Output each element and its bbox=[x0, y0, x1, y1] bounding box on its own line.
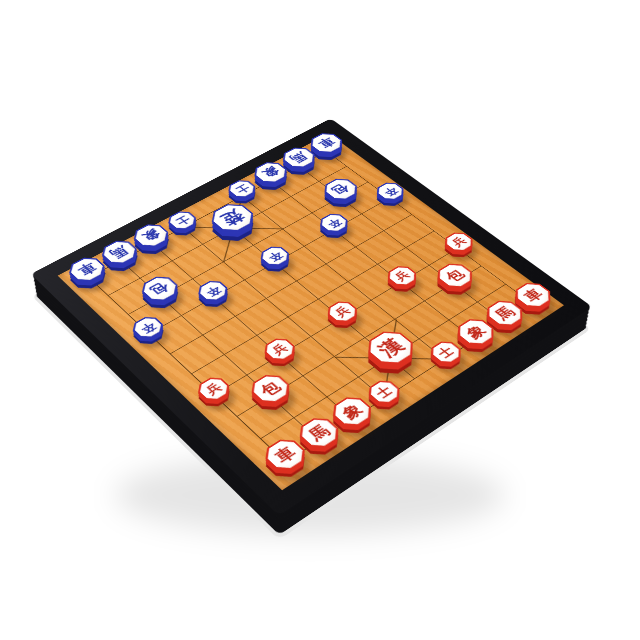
piece-red-cannon-b3[interactable]: 包 bbox=[246, 378, 296, 415]
piece-character: 兵 bbox=[203, 381, 224, 396]
piece-blue-soldier-a7[interactable]: 卒 bbox=[129, 320, 168, 348]
piece-character: 兵 bbox=[333, 305, 353, 319]
piece-blue-soldier-g7[interactable]: 卒 bbox=[315, 217, 352, 241]
piece-blue-general-e9[interactable]: 楚 bbox=[206, 210, 261, 247]
piece-red-general-e2[interactable]: 漢 bbox=[360, 336, 420, 380]
piece-red-soldier-g4[interactable]: 兵 bbox=[383, 270, 421, 296]
piece-character: 馬 bbox=[492, 305, 517, 322]
piece-character: 包 bbox=[329, 182, 352, 197]
piece-red-soldier-a4[interactable]: 兵 bbox=[194, 380, 235, 411]
piece-character: 馬 bbox=[306, 423, 333, 443]
piece-red-advisor-f1[interactable]: 士 bbox=[425, 344, 465, 373]
piece-character: 士 bbox=[173, 214, 191, 226]
piece-character: 兵 bbox=[450, 235, 469, 248]
piece-character: 士 bbox=[436, 345, 456, 360]
piece-character: 卒 bbox=[203, 284, 222, 297]
piece-blue-soldier-e7[interactable]: 卒 bbox=[256, 250, 294, 276]
game-case: 車馬象士士象馬車楚包包卒卒卒卒卒兵兵兵兵兵包包漢車馬象士士象馬車 bbox=[31, 118, 592, 515]
piece-character: 楚 bbox=[218, 208, 248, 228]
piece-character: 卒 bbox=[265, 250, 284, 263]
piece-character: 卒 bbox=[381, 185, 399, 197]
piece-character: 卒 bbox=[138, 320, 158, 334]
piece-character: 包 bbox=[443, 267, 467, 283]
scene-background: 車馬象士士象馬車楚包包卒卒卒卒卒兵兵兵兵兵包包漢車馬象士士象馬車 bbox=[0, 0, 640, 640]
piece-character: 車 bbox=[272, 444, 299, 465]
piece-character: 士 bbox=[374, 384, 395, 399]
piece-character: 包 bbox=[148, 280, 172, 297]
piece-blue-advisor-f10[interactable]: 士 bbox=[224, 184, 260, 207]
piece-character: 象 bbox=[463, 323, 488, 341]
piece-character: 卒 bbox=[325, 217, 343, 229]
piece-red-cannon-h3[interactable]: 包 bbox=[431, 268, 478, 300]
piece-character: 士 bbox=[233, 183, 251, 195]
case-frame: 車馬象士士象馬車楚包包卒卒卒卒卒兵兵兵兵兵包包漢車馬象士士象馬車 bbox=[31, 118, 592, 515]
board-surface: 車馬象士士象馬車楚包包卒卒卒卒卒兵兵兵兵兵包包漢車馬象士士象馬車 bbox=[57, 133, 563, 490]
piece-character: 象 bbox=[260, 165, 282, 179]
piece-character: 車 bbox=[75, 261, 99, 277]
piece-blue-soldier-c7[interactable]: 卒 bbox=[194, 284, 232, 311]
piece-character: 車 bbox=[316, 136, 338, 150]
piece-character: 象 bbox=[139, 228, 162, 244]
piece-character: 包 bbox=[257, 379, 283, 398]
piece-character: 象 bbox=[339, 402, 365, 422]
piece-blue-cannon-h8[interactable]: 包 bbox=[319, 183, 363, 211]
piece-character: 兵 bbox=[392, 269, 411, 282]
piece-character: 兵 bbox=[270, 342, 290, 357]
pieces-layer: 車馬象士士象馬車楚包包卒卒卒卒卒兵兵兵兵兵包包漢車馬象士士象馬車 bbox=[57, 133, 563, 490]
piece-character: 馬 bbox=[288, 151, 310, 165]
piece-blue-chariot-a10[interactable]: 車 bbox=[65, 261, 111, 293]
piece-red-soldier-e4[interactable]: 兵 bbox=[323, 305, 362, 333]
piece-red-soldier-c4[interactable]: 兵 bbox=[260, 342, 300, 371]
piece-blue-cannon-b8[interactable]: 包 bbox=[137, 280, 184, 313]
piece-character: 漢 bbox=[374, 336, 407, 360]
piece-character: 馬 bbox=[108, 244, 131, 260]
piece-character: 車 bbox=[521, 287, 546, 304]
